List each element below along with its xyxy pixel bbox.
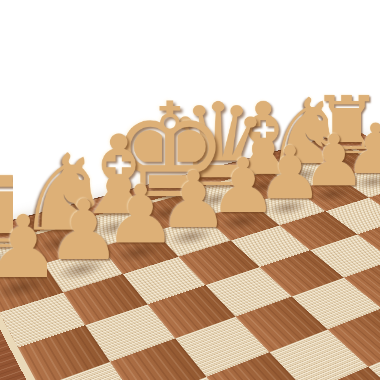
board-grid: ♜♞♝♚♛♝♞♜♟♟♟♟♟♟♟♟ <box>0 146 380 380</box>
chess-board: ♜♞♝♚♛♝♞♜♟♟♟♟♟♟♟♟ <box>0 130 380 380</box>
chess-set-photo: ♜♞♝♚♛♝♞♜♟♟♟♟♟♟♟♟ <box>0 0 380 380</box>
piece-white-pawn-h2: ♟ <box>0 202 80 288</box>
